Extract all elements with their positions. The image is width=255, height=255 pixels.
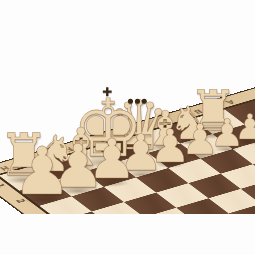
white-pawn-h2[interactable]: ♟ [12, 139, 71, 205]
background-mask [0, 214, 255, 255]
photo-scene: 12345678HGFEDCBA ♜♞♝♚✚♛●●●♝♞♜♟♟♟♟♟♟♟♟ [0, 0, 255, 255]
